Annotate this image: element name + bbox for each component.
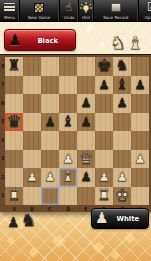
piece-white-rook-f1[interactable]: ♜ bbox=[97, 188, 110, 203]
square-c2[interactable]: ♟ bbox=[41, 168, 59, 187]
piece-black-queen-a5[interactable]: ♛ bbox=[6, 113, 21, 130]
square-c8[interactable] bbox=[41, 57, 59, 76]
piece-black-bishop-g7[interactable]: ♝ bbox=[115, 77, 128, 92]
captured-by-white-tray: ♟♞ bbox=[7, 206, 38, 229]
diamond-decoration bbox=[124, 232, 135, 243]
square-g3[interactable] bbox=[113, 150, 131, 169]
square-f2[interactable]: ♟ bbox=[95, 168, 113, 187]
square-a6[interactable] bbox=[5, 94, 23, 113]
square-d4[interactable] bbox=[59, 131, 77, 150]
square-f6[interactable] bbox=[95, 94, 113, 113]
square-g7[interactable]: ♝ bbox=[113, 76, 131, 95]
save-record-button[interactable]: Save Record bbox=[94, 0, 139, 21]
square-b4[interactable] bbox=[23, 131, 41, 150]
new-game-button-label: New Game bbox=[28, 16, 50, 20]
square-e8[interactable] bbox=[77, 57, 95, 76]
chessboard-icon bbox=[34, 3, 44, 13]
menu-icon bbox=[4, 3, 15, 12]
black-player-banner: ♟ Black bbox=[4, 29, 76, 51]
white-pawn-icon: ♟ bbox=[95, 211, 108, 226]
square-d5[interactable]: ♝ bbox=[59, 113, 77, 132]
square-b3[interactable] bbox=[23, 150, 41, 169]
square-f3[interactable] bbox=[95, 150, 113, 169]
undo-button[interactable]: ☝ Undo bbox=[60, 0, 79, 21]
captured-black-knight: ♞ bbox=[21, 211, 37, 229]
square-g5[interactable] bbox=[113, 113, 131, 132]
piece-white-bishop-d2[interactable]: ♝ bbox=[61, 169, 74, 184]
file-label-D: D bbox=[59, 205, 77, 214]
square-a3[interactable] bbox=[5, 150, 23, 169]
square-h1[interactable] bbox=[131, 187, 149, 206]
square-d1[interactable] bbox=[59, 187, 77, 206]
square-c4[interactable] bbox=[41, 131, 59, 150]
new-game-button[interactable]: New Game bbox=[20, 0, 59, 21]
hint-button-label: Hint bbox=[82, 16, 90, 20]
piece-black-pawn-e2[interactable]: ♟ bbox=[80, 170, 92, 183]
square-a7[interactable] bbox=[5, 76, 23, 95]
lightbulb-icon bbox=[80, 2, 92, 13]
piece-black-king-f8[interactable]: ♚ bbox=[96, 57, 111, 74]
piece-white-pawn-f2[interactable]: ♟ bbox=[98, 170, 110, 183]
piece-black-pawn-e6[interactable]: ♟ bbox=[80, 96, 92, 109]
board-squares: ♜♚♞♟♝♟♟♟♛♟♝♟♟♛♟♟♟♝♟♟♟♜♜♚ bbox=[5, 57, 149, 205]
square-a5[interactable]: ♛ bbox=[5, 113, 23, 132]
square-d8[interactable] bbox=[59, 57, 77, 76]
piece-black-pawn-f7[interactable]: ♟ bbox=[98, 78, 110, 91]
square-b2[interactable]: ♟ bbox=[23, 168, 41, 187]
piece-black-pawn-c5[interactable]: ♟ bbox=[44, 115, 56, 128]
square-h8[interactable] bbox=[131, 57, 149, 76]
square-a2[interactable] bbox=[5, 168, 23, 187]
piece-white-king-g1[interactable]: ♚ bbox=[114, 187, 129, 204]
black-pawn-icon: ♟ bbox=[8, 33, 21, 48]
toolbar: Menu New Game ☝ Undo Hint Save Record bbox=[0, 0, 151, 22]
options-button[interactable]: ☑ Options bbox=[139, 0, 151, 21]
square-a1[interactable]: ♜ bbox=[5, 187, 23, 206]
square-g8[interactable]: ♞ bbox=[113, 57, 131, 76]
piece-black-rook-a8[interactable]: ♜ bbox=[7, 58, 20, 73]
hint-button[interactable]: Hint bbox=[79, 0, 94, 21]
square-d3[interactable]: ♟ bbox=[59, 150, 77, 169]
square-a8[interactable]: ♜ bbox=[5, 57, 23, 76]
square-g1[interactable]: ♚ bbox=[113, 187, 131, 206]
piece-black-pawn-e5[interactable]: ♟ bbox=[80, 115, 92, 128]
square-g2[interactable]: ♟ bbox=[113, 168, 131, 187]
square-d6[interactable] bbox=[59, 94, 77, 113]
piece-white-pawn-g2[interactable]: ♟ bbox=[116, 170, 128, 183]
piece-white-rook-a1[interactable]: ♜ bbox=[7, 188, 20, 203]
piece-white-pawn-h3[interactable]: ♟ bbox=[134, 152, 146, 165]
square-h7[interactable]: ♟ bbox=[131, 76, 149, 95]
square-h5[interactable] bbox=[131, 113, 149, 132]
square-e6[interactable]: ♟ bbox=[77, 94, 95, 113]
piece-white-pawn-c2[interactable]: ♟ bbox=[44, 170, 56, 183]
file-label-C: C bbox=[41, 205, 59, 214]
square-c7[interactable] bbox=[41, 76, 59, 95]
square-a4[interactable] bbox=[5, 131, 23, 150]
diamond-decoration bbox=[92, 241, 105, 254]
menu-button-label: Menu bbox=[4, 16, 15, 20]
square-f5[interactable] bbox=[95, 113, 113, 132]
square-g4[interactable] bbox=[113, 131, 131, 150]
piece-black-pawn-g6[interactable]: ♟ bbox=[116, 96, 128, 109]
square-e1[interactable] bbox=[77, 187, 95, 206]
captured-white-knight: ♞ bbox=[110, 34, 126, 52]
square-e4[interactable] bbox=[77, 131, 95, 150]
options-button-label: Options bbox=[145, 16, 151, 20]
diamond-decoration bbox=[52, 234, 66, 248]
square-b1[interactable] bbox=[23, 187, 41, 206]
chess-app-screen: Menu New Game ☝ Undo Hint Save Record bbox=[0, 0, 151, 261]
piece-white-pawn-b2[interactable]: ♟ bbox=[26, 170, 38, 183]
diamond-decoration bbox=[7, 237, 15, 245]
captured-by-black-tray: ♞♝ bbox=[110, 29, 144, 52]
square-b7[interactable] bbox=[23, 76, 41, 95]
checkbox-icon: ☑ bbox=[147, 2, 151, 13]
captured-white-bishop: ♝ bbox=[127, 34, 143, 52]
square-f1[interactable]: ♜ bbox=[95, 187, 113, 206]
undo-button-label: Undo bbox=[63, 16, 74, 20]
diamond-decoration bbox=[111, 251, 121, 261]
square-d7[interactable] bbox=[59, 76, 77, 95]
square-e3[interactable]: ♛ bbox=[77, 150, 95, 169]
square-h2[interactable] bbox=[131, 168, 149, 187]
square-f4[interactable] bbox=[95, 131, 113, 150]
diamond-decoration bbox=[29, 248, 39, 258]
square-e7[interactable] bbox=[77, 76, 95, 95]
captured-black-pawn: ♟ bbox=[7, 215, 20, 229]
square-e2[interactable]: ♟ bbox=[77, 168, 95, 187]
menu-button[interactable]: Menu bbox=[0, 0, 20, 21]
white-player-banner: ♟ White bbox=[91, 208, 149, 229]
chess-board: 87654321 ♜♚♞♟♝♟♟♟♛♟♝♟♟♛♟♟♟♝♟♟♟♜♜♚ ABCDEF… bbox=[0, 55, 151, 212]
save-record-button-label: Save Record bbox=[103, 16, 128, 20]
square-b8[interactable] bbox=[23, 57, 41, 76]
square-d2[interactable]: ♝ bbox=[59, 168, 77, 187]
save-icon bbox=[111, 3, 121, 12]
piece-white-pawn-d3[interactable]: ♟ bbox=[62, 152, 74, 165]
piece-black-pawn-h7[interactable]: ♟ bbox=[134, 78, 146, 91]
square-g6[interactable]: ♟ bbox=[113, 94, 131, 113]
diamond-decoration bbox=[85, 25, 93, 33]
square-c3[interactable] bbox=[41, 150, 59, 169]
square-f7[interactable]: ♟ bbox=[95, 76, 113, 95]
black-player-label: Black bbox=[25, 36, 71, 44]
square-e5[interactable]: ♟ bbox=[77, 113, 95, 132]
piece-black-knight-g8[interactable]: ♞ bbox=[115, 58, 128, 73]
diamond-decoration bbox=[99, 41, 106, 48]
white-player-label: White bbox=[111, 215, 145, 223]
square-f8[interactable]: ♚ bbox=[95, 57, 113, 76]
square-h4[interactable] bbox=[131, 131, 149, 150]
piece-white-queen-e3[interactable]: ♛ bbox=[78, 150, 93, 167]
square-c1[interactable] bbox=[41, 187, 59, 206]
square-h3[interactable]: ♟ bbox=[131, 150, 149, 169]
square-b6[interactable] bbox=[23, 94, 41, 113]
square-c5[interactable]: ♟ bbox=[41, 113, 59, 132]
piece-black-bishop-d5[interactable]: ♝ bbox=[61, 114, 74, 129]
square-h6[interactable] bbox=[131, 94, 149, 113]
square-c6[interactable] bbox=[41, 94, 59, 113]
hand-icon: ☝ bbox=[64, 1, 73, 13]
square-b5[interactable] bbox=[23, 113, 41, 132]
